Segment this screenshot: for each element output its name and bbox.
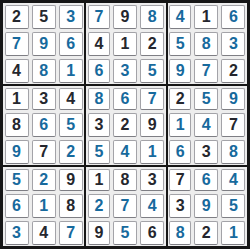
solved-digit: 5 <box>169 32 191 56</box>
cell-r6c4[interactable]: 5 <box>84 138 111 165</box>
solved-digit: 8 <box>88 88 110 110</box>
sudoku-board: 2537984167964125834816359721348672598653… <box>0 0 250 249</box>
cell-r7c4[interactable]: 1 <box>84 165 111 192</box>
solved-digit: 5 <box>140 59 164 83</box>
solved-digit: 3 <box>5 221 29 245</box>
cell-r3c3[interactable]: 1 <box>57 57 84 84</box>
cell-r1c7[interactable]: 4 <box>166 3 193 30</box>
solved-digit: 7 <box>194 59 218 83</box>
given-digit: 3 <box>194 140 218 164</box>
solved-digit: 2 <box>88 194 110 218</box>
solved-digit: 5 <box>194 88 218 110</box>
solved-digit: 1 <box>221 221 245 245</box>
cell-r4c4[interactable]: 8 <box>84 84 111 111</box>
cell-r4c5[interactable]: 6 <box>111 84 138 111</box>
cell-r6c5[interactable]: 4 <box>111 138 138 165</box>
cell-r6c3[interactable]: 2 <box>57 138 84 165</box>
given-digit: 9 <box>88 221 110 245</box>
solved-digit: 6 <box>221 5 245 29</box>
cell-r8c5[interactable]: 7 <box>111 192 138 219</box>
cell-r5c5[interactable]: 2 <box>111 111 138 138</box>
cell-r1c9[interactable]: 6 <box>220 3 247 30</box>
cell-r7c1[interactable]: 5 <box>3 165 30 192</box>
given-digit: 2 <box>5 5 29 29</box>
cell-r9c9[interactable]: 1 <box>220 219 247 246</box>
given-digit: 3 <box>169 194 191 218</box>
cell-r5c6[interactable]: 9 <box>139 111 166 138</box>
cell-r8c1[interactable]: 6 <box>3 192 30 219</box>
cell-r5c2[interactable]: 6 <box>30 111 57 138</box>
solved-digit: 1 <box>140 140 164 164</box>
solved-digit: 3 <box>59 5 83 29</box>
cell-r9c6[interactable]: 6 <box>139 219 166 246</box>
cell-r3c5[interactable]: 3 <box>111 57 138 84</box>
solved-digit: 6 <box>194 169 218 191</box>
cell-r5c7[interactable]: 1 <box>166 111 193 138</box>
given-digit: 8 <box>59 194 83 218</box>
solved-digit: 2 <box>59 140 83 164</box>
given-digit: 3 <box>88 113 110 137</box>
given-digit: 1 <box>194 5 218 29</box>
solved-digit: 6 <box>169 140 191 164</box>
cell-r3c1[interactable]: 4 <box>3 57 30 84</box>
given-digit: 4 <box>88 32 110 56</box>
solved-digit: 7 <box>140 88 164 110</box>
cell-r9c2[interactable]: 4 <box>30 219 57 246</box>
given-digit: 9 <box>140 113 164 137</box>
cell-r7c3[interactable]: 9 <box>57 165 84 192</box>
cell-r1c4[interactable]: 7 <box>84 3 111 30</box>
solved-digit: 7 <box>88 5 110 29</box>
cell-r8c4[interactable]: 2 <box>84 192 111 219</box>
cell-r3c7[interactable]: 9 <box>166 57 193 84</box>
given-digit: 2 <box>113 113 137 137</box>
solved-digit: 4 <box>140 194 164 218</box>
solved-digit: 8 <box>32 59 56 83</box>
given-digit: 3 <box>32 88 56 110</box>
solved-digit: 7 <box>59 221 83 245</box>
given-digit: 9 <box>113 5 137 29</box>
solved-digit: 8 <box>169 221 191 245</box>
solved-digit: 9 <box>194 194 218 218</box>
cell-r1c5[interactable]: 9 <box>111 3 138 30</box>
given-digit: 1 <box>113 32 137 56</box>
solved-digit: 4 <box>113 140 137 164</box>
cell-r7c7[interactable]: 7 <box>166 165 193 192</box>
cell-r5c3[interactable]: 5 <box>57 111 84 138</box>
cell-r4c2[interactable]: 3 <box>30 84 57 111</box>
cell-r6c7[interactable]: 6 <box>166 138 193 165</box>
solved-digit: 6 <box>88 59 110 83</box>
cell-r2c5[interactable]: 1 <box>111 30 138 57</box>
solved-digit: 8 <box>221 140 245 164</box>
cell-r8c7[interactable]: 3 <box>166 192 193 219</box>
cell-r2c3[interactable]: 6 <box>57 30 84 57</box>
cell-r3c6[interactable]: 5 <box>139 57 166 84</box>
cell-r3c4[interactable]: 6 <box>84 57 111 84</box>
given-digit: 9 <box>59 169 83 191</box>
cell-r3c8[interactable]: 7 <box>193 57 220 84</box>
cell-r6c8[interactable]: 3 <box>193 138 220 165</box>
solved-digit: 9 <box>5 140 29 164</box>
given-digit: 4 <box>5 59 29 83</box>
solved-digit: 9 <box>221 88 245 110</box>
cell-r9c8[interactable]: 2 <box>193 219 220 246</box>
cell-r4c9[interactable]: 9 <box>220 84 247 111</box>
cell-r8c9[interactable]: 5 <box>220 192 247 219</box>
cell-r7c9[interactable]: 4 <box>220 165 247 192</box>
cell-r5c9[interactable]: 7 <box>220 111 247 138</box>
given-digit: 8 <box>113 169 137 191</box>
solved-digit: 6 <box>59 32 83 56</box>
cell-r1c3[interactable]: 3 <box>57 3 84 30</box>
cell-r8c6[interactable]: 4 <box>139 192 166 219</box>
given-digit: 7 <box>169 169 191 191</box>
given-digit: 6 <box>140 221 164 245</box>
given-digit: 5 <box>32 5 56 29</box>
cell-r4c3[interactable]: 4 <box>57 84 84 111</box>
solved-digit: 2 <box>32 169 56 191</box>
solved-digit: 5 <box>5 169 29 191</box>
solved-digit: 9 <box>32 32 56 56</box>
given-digit: 7 <box>221 113 245 137</box>
cell-r2c9[interactable]: 3 <box>220 30 247 57</box>
solved-digit: 6 <box>5 194 29 218</box>
cell-r3c9[interactable]: 2 <box>220 57 247 84</box>
cell-r2c7[interactable]: 5 <box>166 30 193 57</box>
cell-r1c1[interactable]: 2 <box>3 3 30 30</box>
cell-r8c3[interactable]: 8 <box>57 192 84 219</box>
solved-digit: 5 <box>59 113 83 137</box>
cell-r6c1[interactable]: 9 <box>3 138 30 165</box>
solved-digit: 6 <box>113 88 137 110</box>
solved-digit: 9 <box>169 59 191 83</box>
cell-r9c3[interactable]: 7 <box>57 219 84 246</box>
solved-digit: 4 <box>221 169 245 191</box>
solved-digit: 8 <box>140 5 164 29</box>
cell-r6c6[interactable]: 1 <box>139 138 166 165</box>
cell-r3c2[interactable]: 8 <box>30 57 57 84</box>
cell-r8c2[interactable]: 1 <box>30 192 57 219</box>
given-digit: 2 <box>169 88 191 110</box>
solved-digit: 4 <box>169 5 191 29</box>
cell-r2c2[interactable]: 9 <box>30 30 57 57</box>
given-digit: 1 <box>88 169 110 191</box>
given-digit: 8 <box>5 113 29 137</box>
solved-digit: 5 <box>113 221 137 245</box>
given-digit: 3 <box>140 169 164 191</box>
cell-r9c7[interactable]: 8 <box>166 219 193 246</box>
solved-digit: 3 <box>113 59 137 83</box>
solved-digit: 7 <box>5 32 29 56</box>
cell-r5c8[interactable]: 4 <box>193 111 220 138</box>
cell-r5c4[interactable]: 3 <box>84 111 111 138</box>
given-digit: 4 <box>59 88 83 110</box>
cell-r7c2[interactable]: 2 <box>30 165 57 192</box>
given-digit: 4 <box>32 221 56 245</box>
solved-digit: 5 <box>221 194 245 218</box>
solved-digit: 5 <box>88 140 110 164</box>
cell-r5c1[interactable]: 8 <box>3 111 30 138</box>
solved-digit: 6 <box>32 113 56 137</box>
solved-digit: 1 <box>32 194 56 218</box>
given-digit: 1 <box>5 88 29 110</box>
cell-r2c6[interactable]: 2 <box>139 30 166 57</box>
solved-digit: 8 <box>194 32 218 56</box>
cell-r7c5[interactable]: 8 <box>111 165 138 192</box>
cell-r9c4[interactable]: 9 <box>84 219 111 246</box>
given-digit: 2 <box>140 32 164 56</box>
cell-r7c6[interactable]: 3 <box>139 165 166 192</box>
cell-r9c5[interactable]: 5 <box>111 219 138 246</box>
cell-r7c8[interactable]: 6 <box>193 165 220 192</box>
cell-r1c2[interactable]: 5 <box>30 3 57 30</box>
cell-r1c6[interactable]: 8 <box>139 3 166 30</box>
cell-r2c4[interactable]: 4 <box>84 30 111 57</box>
solved-digit: 7 <box>113 194 137 218</box>
cell-r4c7[interactable]: 2 <box>166 84 193 111</box>
cell-r8c8[interactable]: 9 <box>193 192 220 219</box>
solved-digit: 1 <box>59 59 83 83</box>
solved-digit: 3 <box>221 32 245 56</box>
given-digit: 2 <box>194 221 218 245</box>
cell-r9c1[interactable]: 3 <box>3 219 30 246</box>
cell-r6c2[interactable]: 7 <box>30 138 57 165</box>
given-digit: 7 <box>32 140 56 164</box>
cell-r2c1[interactable]: 7 <box>3 30 30 57</box>
given-digit: 2 <box>221 59 245 83</box>
cell-r4c6[interactable]: 7 <box>139 84 166 111</box>
solved-digit: 1 <box>169 113 191 137</box>
cell-r6c9[interactable]: 8 <box>220 138 247 165</box>
cell-r2c8[interactable]: 8 <box>193 30 220 57</box>
cell-r4c1[interactable]: 1 <box>3 84 30 111</box>
cell-r1c8[interactable]: 1 <box>193 3 220 30</box>
cell-r4c8[interactable]: 5 <box>193 84 220 111</box>
solved-digit: 4 <box>194 113 218 137</box>
